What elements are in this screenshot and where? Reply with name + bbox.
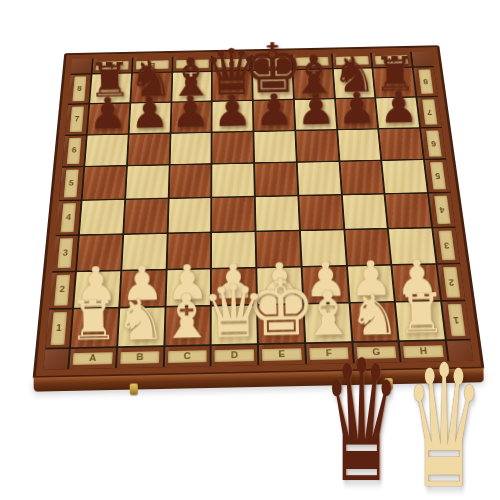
- square-f7[interactable]: ♟: [295, 99, 336, 129]
- coord-right-4: 4: [429, 193, 455, 227]
- coord-left-6: 6: [62, 135, 86, 166]
- square-g6[interactable]: [338, 129, 381, 161]
- coord-right-6: 6: [421, 128, 446, 159]
- piece-white-rook[interactable]: ♜: [68, 299, 118, 344]
- coord-bottom-b: B: [117, 347, 163, 368]
- display-piece-light-queen[interactable]: ♛: [405, 342, 484, 500]
- board-corner: [43, 349, 69, 370]
- coord-right-7: 7: [417, 97, 442, 127]
- square-c7[interactable]: ♟: [171, 102, 211, 132]
- piece-black-pawn[interactable]: ♟: [88, 96, 128, 132]
- coord-right-5-label: 5: [429, 162, 445, 190]
- square-b5[interactable]: [126, 166, 168, 199]
- coord-left-3-label: 3: [57, 238, 73, 268]
- square-a4[interactable]: [80, 200, 124, 234]
- coord-right-6-label: 6: [425, 130, 441, 157]
- piece-black-pawn[interactable]: ♟: [254, 92, 294, 128]
- coord-right-8-label: 8: [418, 69, 433, 94]
- square-h6[interactable]: [379, 128, 423, 160]
- square-h5[interactable]: [382, 160, 427, 193]
- square-d5[interactable]: [212, 164, 253, 197]
- coord-left-8-label: 8: [72, 76, 86, 101]
- piece-white-knight[interactable]: ♞: [114, 296, 166, 343]
- square-a5[interactable]: [83, 167, 126, 200]
- coord-bottom-d: D: [212, 345, 258, 366]
- piece-black-pawn[interactable]: ♟: [212, 93, 252, 129]
- brass-clasp-icon: [130, 383, 138, 394]
- square-b4[interactable]: [124, 199, 167, 233]
- coord-left-7: 7: [65, 104, 88, 134]
- coord-bottom-a: A: [69, 348, 116, 369]
- coord-left-4-label: 4: [60, 203, 76, 232]
- coord-bottom-d-label: D: [215, 349, 254, 362]
- square-c5[interactable]: [169, 165, 211, 198]
- square-b7[interactable]: ♟: [129, 103, 170, 133]
- square-f5[interactable]: [297, 162, 340, 195]
- square-d7[interactable]: ♟: [213, 101, 253, 131]
- piece-black-pawn[interactable]: ♟: [295, 91, 335, 127]
- square-f6[interactable]: [296, 130, 338, 162]
- square-g4[interactable]: [342, 195, 387, 229]
- coord-right-3-label: 3: [438, 230, 455, 260]
- coord-left-4: 4: [56, 201, 81, 235]
- coord-left-5-label: 5: [64, 170, 79, 198]
- piece-black-pawn[interactable]: ♟: [129, 95, 169, 131]
- square-e6[interactable]: [254, 131, 295, 163]
- square-g5[interactable]: [340, 161, 384, 194]
- coord-bottom-c: C: [164, 346, 210, 367]
- square-h7[interactable]: ♟: [376, 97, 419, 127]
- piece-black-pawn[interactable]: ♟: [171, 94, 211, 130]
- coord-right-4-label: 4: [434, 195, 451, 224]
- coord-bottom-c-label: C: [168, 350, 207, 363]
- coord-left-5: 5: [59, 167, 83, 199]
- square-c6[interactable]: [170, 133, 211, 165]
- piece-black-pawn[interactable]: ♟: [379, 90, 419, 126]
- display-piece-dark-queen[interactable]: ♛: [322, 338, 400, 500]
- coord-bottom-e-label: E: [262, 348, 301, 361]
- piece-white-queen[interactable]: ♛: [201, 282, 267, 341]
- chess-set-photo: ABCDEFGH8♜♞♝♛♚♝♞♜87♟♟♟♟♟♟♟♟7665544332♟♟♟…: [0, 0, 500, 500]
- coord-bottom-a-label: A: [73, 352, 113, 365]
- square-d6[interactable]: [213, 132, 254, 164]
- coord-right-7-label: 7: [422, 99, 438, 125]
- coord-left-1-label: 1: [50, 312, 67, 345]
- square-e4[interactable]: [256, 196, 299, 230]
- square-e7[interactable]: ♟: [254, 100, 295, 130]
- square-g7[interactable]: ♟: [335, 98, 377, 128]
- square-d1[interactable]: ♛: [212, 306, 257, 345]
- square-d4[interactable]: [212, 197, 254, 231]
- square-a6[interactable]: [85, 134, 127, 166]
- square-c4[interactable]: [168, 198, 210, 232]
- square-f4[interactable]: [299, 195, 343, 229]
- piece-black-pawn[interactable]: ♟: [337, 90, 377, 126]
- square-a7[interactable]: ♟: [88, 103, 130, 133]
- coord-left-7-label: 7: [69, 106, 84, 132]
- square-e5[interactable]: [255, 163, 297, 196]
- square-b6[interactable]: [128, 134, 170, 166]
- coord-left-6-label: 6: [67, 137, 82, 164]
- square-a1[interactable]: ♜: [71, 309, 118, 348]
- square-h4[interactable]: [386, 194, 432, 228]
- board-grid: ABCDEFGH8♜♞♝♛♚♝♞♜87♟♟♟♟♟♟♟♟7665544332♟♟♟…: [43, 52, 473, 370]
- coord-bottom-b-label: B: [120, 351, 159, 364]
- coord-bottom-e: E: [259, 344, 305, 365]
- square-b1[interactable]: ♞: [118, 308, 164, 347]
- coord-right-5: 5: [425, 160, 451, 192]
